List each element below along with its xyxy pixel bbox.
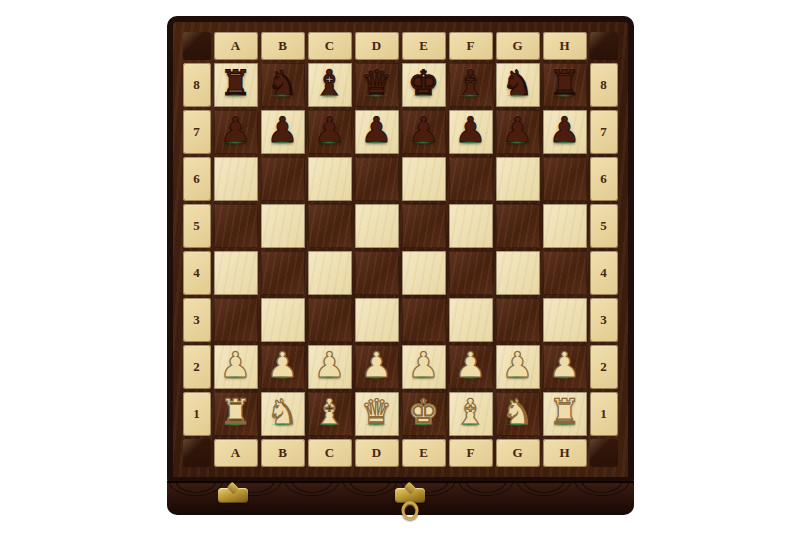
piece-white-pawn[interactable]: ♟: [549, 348, 580, 383]
square-e3[interactable]: [402, 298, 446, 342]
piece-white-queen[interactable]: ♛: [361, 395, 392, 430]
square-a8[interactable]: ♜: [214, 63, 258, 107]
frame-corner: [590, 439, 618, 467]
piece-white-pawn[interactable]: ♟: [314, 348, 345, 383]
piece-black-rook[interactable]: ♜: [549, 66, 580, 101]
file-label-g-far: G: [496, 32, 540, 60]
piece-white-pawn[interactable]: ♟: [502, 348, 533, 383]
piece-white-bishop[interactable]: ♝: [455, 395, 486, 430]
square-c4[interactable]: [308, 251, 352, 295]
file-label-f-far: F: [449, 32, 493, 60]
rank-label-4-left: 4: [183, 251, 211, 295]
square-g7[interactable]: ♟: [496, 110, 540, 154]
brass-clasp-ring: [395, 488, 425, 503]
piece-black-pawn[interactable]: ♟: [502, 113, 533, 148]
square-a2[interactable]: ♟: [214, 345, 258, 389]
chess-board: ABCDEFGH8♜♞♝♛♚♝♞♜87♟♟♟♟♟♟♟♟7665544332♟♟♟…: [167, 16, 634, 483]
square-b6[interactable]: [261, 157, 305, 201]
piece-black-pawn[interactable]: ♟: [314, 113, 345, 148]
rank-label-3-right: 3: [590, 298, 618, 342]
square-c1[interactable]: ♝: [308, 392, 352, 436]
piece-black-pawn[interactable]: ♟: [408, 113, 439, 148]
file-label-f-near: F: [449, 439, 493, 467]
folding-chess-box: ABCDEFGH8♜♞♝♛♚♝♞♜87♟♟♟♟♟♟♟♟7665544332♟♟♟…: [167, 16, 634, 515]
file-label-h-near: H: [543, 439, 587, 467]
square-d6[interactable]: [355, 157, 399, 201]
square-h2[interactable]: ♟: [543, 345, 587, 389]
square-c8[interactable]: ♝: [308, 63, 352, 107]
square-c6[interactable]: [308, 157, 352, 201]
piece-black-pawn[interactable]: ♟: [549, 113, 580, 148]
file-label-e-near: E: [402, 439, 446, 467]
piece-black-queen[interactable]: ♛: [361, 66, 392, 101]
frame-corner: [183, 439, 211, 467]
square-f5[interactable]: [449, 204, 493, 248]
square-b4[interactable]: [261, 251, 305, 295]
rank-label-1-left: 1: [183, 392, 211, 436]
square-b3[interactable]: [261, 298, 305, 342]
square-e7[interactable]: ♟: [402, 110, 446, 154]
square-g1[interactable]: ♞: [496, 392, 540, 436]
square-b5[interactable]: [261, 204, 305, 248]
rank-label-2-right: 2: [590, 345, 618, 389]
file-label-d-near: D: [355, 439, 399, 467]
square-c2[interactable]: ♟: [308, 345, 352, 389]
piece-white-pawn[interactable]: ♟: [455, 348, 486, 383]
rank-label-3-left: 3: [183, 298, 211, 342]
square-g3[interactable]: [496, 298, 540, 342]
square-g6[interactable]: [496, 157, 540, 201]
rank-label-7-left: 7: [183, 110, 211, 154]
frame-corner: [183, 32, 211, 60]
piece-white-bishop[interactable]: ♝: [314, 395, 345, 430]
square-b8[interactable]: ♞: [261, 63, 305, 107]
file-label-d-far: D: [355, 32, 399, 60]
file-label-c-far: C: [308, 32, 352, 60]
square-a5[interactable]: [214, 204, 258, 248]
piece-white-pawn[interactable]: ♟: [361, 348, 392, 383]
file-label-e-far: E: [402, 32, 446, 60]
square-g8[interactable]: ♞: [496, 63, 540, 107]
rank-label-7-right: 7: [590, 110, 618, 154]
square-c7[interactable]: ♟: [308, 110, 352, 154]
rank-label-8-left: 8: [183, 63, 211, 107]
square-h5[interactable]: [543, 204, 587, 248]
file-label-b-far: B: [261, 32, 305, 60]
square-e4[interactable]: [402, 251, 446, 295]
square-a7[interactable]: ♟: [214, 110, 258, 154]
piece-white-knight[interactable]: ♞: [502, 395, 533, 430]
square-a3[interactable]: [214, 298, 258, 342]
square-d8[interactable]: ♛: [355, 63, 399, 107]
square-b2[interactable]: ♟: [261, 345, 305, 389]
product-photo-scene: ABCDEFGH8♜♞♝♛♚♝♞♜87♟♟♟♟♟♟♟♟7665544332♟♟♟…: [0, 0, 800, 533]
rank-label-5-left: 5: [183, 204, 211, 248]
square-f2[interactable]: ♟: [449, 345, 493, 389]
square-f1[interactable]: ♝: [449, 392, 493, 436]
rank-label-4-right: 4: [590, 251, 618, 295]
piece-black-pawn[interactable]: ♟: [267, 113, 298, 148]
piece-white-rook[interactable]: ♜: [549, 395, 580, 430]
rank-label-6-left: 6: [183, 157, 211, 201]
frame-corner: [590, 32, 618, 60]
file-label-h-far: H: [543, 32, 587, 60]
piece-black-pawn[interactable]: ♟: [455, 113, 486, 148]
piece-black-bishop[interactable]: ♝: [314, 66, 345, 101]
square-d7[interactable]: ♟: [355, 110, 399, 154]
square-d3[interactable]: [355, 298, 399, 342]
square-a4[interactable]: [214, 251, 258, 295]
square-b7[interactable]: ♟: [261, 110, 305, 154]
piece-white-king[interactable]: ♚: [408, 395, 439, 430]
square-g4[interactable]: [496, 251, 540, 295]
piece-black-bishop[interactable]: ♝: [455, 66, 486, 101]
square-h6[interactable]: [543, 157, 587, 201]
file-label-g-near: G: [496, 439, 540, 467]
square-h3[interactable]: [543, 298, 587, 342]
piece-black-knight[interactable]: ♞: [267, 66, 298, 101]
square-g2[interactable]: ♟: [496, 345, 540, 389]
square-d4[interactable]: [355, 251, 399, 295]
square-a6[interactable]: [214, 157, 258, 201]
square-c5[interactable]: [308, 204, 352, 248]
square-c3[interactable]: [308, 298, 352, 342]
square-h7[interactable]: ♟: [543, 110, 587, 154]
rank-label-8-right: 8: [590, 63, 618, 107]
square-h4[interactable]: [543, 251, 587, 295]
piece-black-king[interactable]: ♚: [408, 66, 439, 101]
file-label-a-far: A: [214, 32, 258, 60]
piece-black-pawn[interactable]: ♟: [361, 113, 392, 148]
square-f8[interactable]: ♝: [449, 63, 493, 107]
square-e5[interactable]: [402, 204, 446, 248]
rank-label-1-right: 1: [590, 392, 618, 436]
square-e2[interactable]: ♟: [402, 345, 446, 389]
square-d5[interactable]: [355, 204, 399, 248]
piece-white-pawn[interactable]: ♟: [408, 348, 439, 383]
square-f3[interactable]: [449, 298, 493, 342]
square-f7[interactable]: ♟: [449, 110, 493, 154]
square-e1[interactable]: ♚: [402, 392, 446, 436]
piece-white-pawn[interactable]: ♟: [267, 348, 298, 383]
piece-black-rook[interactable]: ♜: [220, 66, 251, 101]
square-h8[interactable]: ♜: [543, 63, 587, 107]
square-e8[interactable]: ♚: [402, 63, 446, 107]
piece-black-pawn[interactable]: ♟: [220, 113, 251, 148]
square-b1[interactable]: ♞: [261, 392, 305, 436]
square-g5[interactable]: [496, 204, 540, 248]
square-h1[interactable]: ♜: [543, 392, 587, 436]
brass-clasp-left: [218, 488, 248, 503]
piece-white-rook[interactable]: ♜: [220, 395, 251, 430]
piece-black-knight[interactable]: ♞: [502, 66, 533, 101]
square-d1[interactable]: ♛: [355, 392, 399, 436]
box-front-edge: [167, 481, 634, 515]
rank-label-2-left: 2: [183, 345, 211, 389]
square-d2[interactable]: ♟: [355, 345, 399, 389]
rank-label-5-right: 5: [590, 204, 618, 248]
piece-white-pawn[interactable]: ♟: [220, 348, 251, 383]
square-a1[interactable]: ♜: [214, 392, 258, 436]
square-e6[interactable]: [402, 157, 446, 201]
file-label-c-near: C: [308, 439, 352, 467]
file-label-b-near: B: [261, 439, 305, 467]
rank-label-6-right: 6: [590, 157, 618, 201]
square-f4[interactable]: [449, 251, 493, 295]
file-label-a-near: A: [214, 439, 258, 467]
square-f6[interactable]: [449, 157, 493, 201]
piece-white-knight[interactable]: ♞: [267, 395, 298, 430]
